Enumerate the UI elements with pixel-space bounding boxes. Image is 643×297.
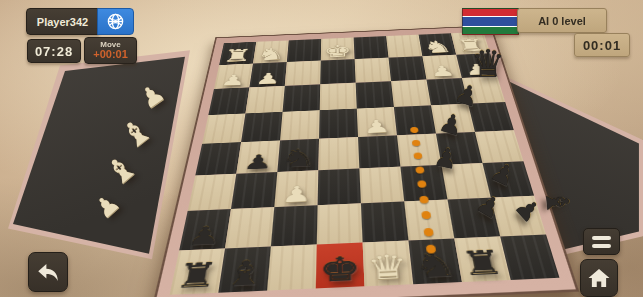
square-f2[interactable]	[388, 56, 426, 81]
move-path-dot	[412, 139, 421, 146]
player-name-badge: Player342	[26, 8, 99, 35]
black-bishop-b8[interactable]: ♝	[218, 256, 270, 292]
white-pawn-g2[interactable]: ♟	[424, 63, 462, 79]
square-a5[interactable]	[195, 142, 241, 175]
square-d5[interactable]	[318, 137, 359, 170]
menu-button[interactable]	[583, 228, 620, 255]
online-globe-button[interactable]	[97, 8, 134, 35]
white-knight-b1[interactable]: ♞	[253, 45, 288, 63]
undo-icon	[35, 259, 61, 285]
square-b6[interactable]	[231, 172, 277, 209]
square-f1[interactable]	[386, 35, 422, 58]
opponent-clock-value: 00:01	[583, 38, 621, 53]
square-c1[interactable]	[287, 39, 321, 62]
square-c4[interactable]	[280, 110, 320, 140]
square-c8[interactable]	[267, 244, 317, 290]
white-king-d1[interactable]: ♚	[321, 42, 355, 60]
square-a7[interactable]: ♟	[179, 209, 231, 250]
square-b8[interactable]: ♝	[218, 246, 271, 292]
white-pawn-e4[interactable]: ♟	[357, 117, 397, 136]
square-d3[interactable]	[320, 83, 357, 110]
square-c6[interactable]: ♟	[274, 170, 318, 207]
square-e4[interactable]: ♟	[357, 107, 397, 137]
square-d7[interactable]	[317, 203, 363, 244]
opponent-name: AI 0 level	[538, 15, 586, 27]
move-increment-value: +00:01	[93, 49, 128, 61]
home-icon	[587, 266, 611, 290]
square-c3[interactable]	[283, 84, 321, 112]
black-knight-c5[interactable]: ♞	[277, 146, 318, 172]
player-clock: 07:28	[27, 39, 81, 63]
square-e2[interactable]	[355, 58, 391, 83]
square-a2[interactable]: ♟	[214, 64, 253, 89]
square-d4[interactable]	[319, 109, 358, 139]
square-b1[interactable]: ♞	[253, 40, 289, 63]
square-b2[interactable]: ♟	[249, 62, 286, 87]
square-d8[interactable]: ♚	[316, 242, 365, 288]
menu-bar-icon	[592, 236, 611, 240]
player-clock-value: 07:28	[35, 44, 73, 59]
square-c2[interactable]	[285, 61, 321, 86]
square-f8[interactable]: ♞	[408, 238, 462, 284]
white-pawn-b2[interactable]: ♟	[249, 71, 286, 87]
globe-icon	[106, 12, 125, 31]
white-pawn-c6[interactable]: ♟	[274, 183, 318, 207]
move-increment-badge: Move +00:01	[84, 37, 137, 64]
black-pawn-b5[interactable]: ♟	[236, 152, 279, 173]
square-a6[interactable]	[188, 174, 237, 211]
square-a3[interactable]	[208, 87, 249, 115]
black-king-d8[interactable]: ♚	[316, 252, 365, 287]
square-b3[interactable]	[245, 86, 284, 114]
square-f3[interactable]	[391, 80, 431, 107]
square-b5[interactable]: ♟	[236, 140, 280, 173]
square-a1[interactable]: ♜	[219, 42, 256, 65]
move-path-dot	[415, 166, 424, 173]
square-b7[interactable]	[225, 207, 274, 248]
square-d2[interactable]	[320, 59, 355, 84]
captured-black-queen: ♛	[471, 45, 505, 83]
move-path-dot	[419, 195, 429, 203]
black-knight-f8[interactable]: ♞	[410, 248, 462, 283]
square-c7[interactable]	[271, 205, 318, 246]
square-b4[interactable]	[241, 112, 282, 142]
square-d6[interactable]	[318, 168, 361, 205]
opponent-flag-gambia	[462, 8, 519, 35]
white-rook-a1[interactable]: ♜	[219, 47, 255, 65]
captured-black-bishop: ♝	[541, 187, 573, 216]
menu-bar-icon	[592, 244, 611, 248]
undo-button[interactable]	[28, 252, 68, 292]
square-h8[interactable]	[500, 234, 559, 280]
square-g2[interactable]: ♟	[422, 55, 462, 80]
player-name: Player342	[37, 16, 88, 28]
white-knight-g1[interactable]: ♞	[419, 38, 456, 56]
home-button[interactable]	[580, 259, 618, 297]
square-c5[interactable]: ♞	[277, 139, 319, 172]
square-e7[interactable]	[361, 201, 409, 242]
opponent-clock: 00:01	[574, 33, 630, 57]
black-pawn-a7[interactable]: ♟	[179, 223, 228, 249]
square-a8[interactable]: ♜	[170, 248, 225, 294]
black-rook-a8[interactable]: ♜	[170, 258, 224, 294]
square-d1[interactable]: ♚	[321, 38, 355, 61]
opponent-name-badge: AI 0 level	[517, 8, 607, 33]
square-a4[interactable]	[202, 113, 245, 143]
square-e3[interactable]	[356, 81, 394, 108]
square-e8[interactable]: ♛	[363, 240, 414, 286]
white-pawn-a2[interactable]: ♟	[214, 72, 252, 88]
square-e5[interactable]	[358, 135, 400, 168]
square-g1[interactable]: ♞	[419, 33, 457, 56]
square-e6[interactable]	[359, 167, 404, 204]
square-e1[interactable]	[354, 36, 389, 59]
black-rook-g8[interactable]: ♜	[456, 246, 510, 281]
white-queen-e8[interactable]: ♛	[363, 250, 413, 285]
